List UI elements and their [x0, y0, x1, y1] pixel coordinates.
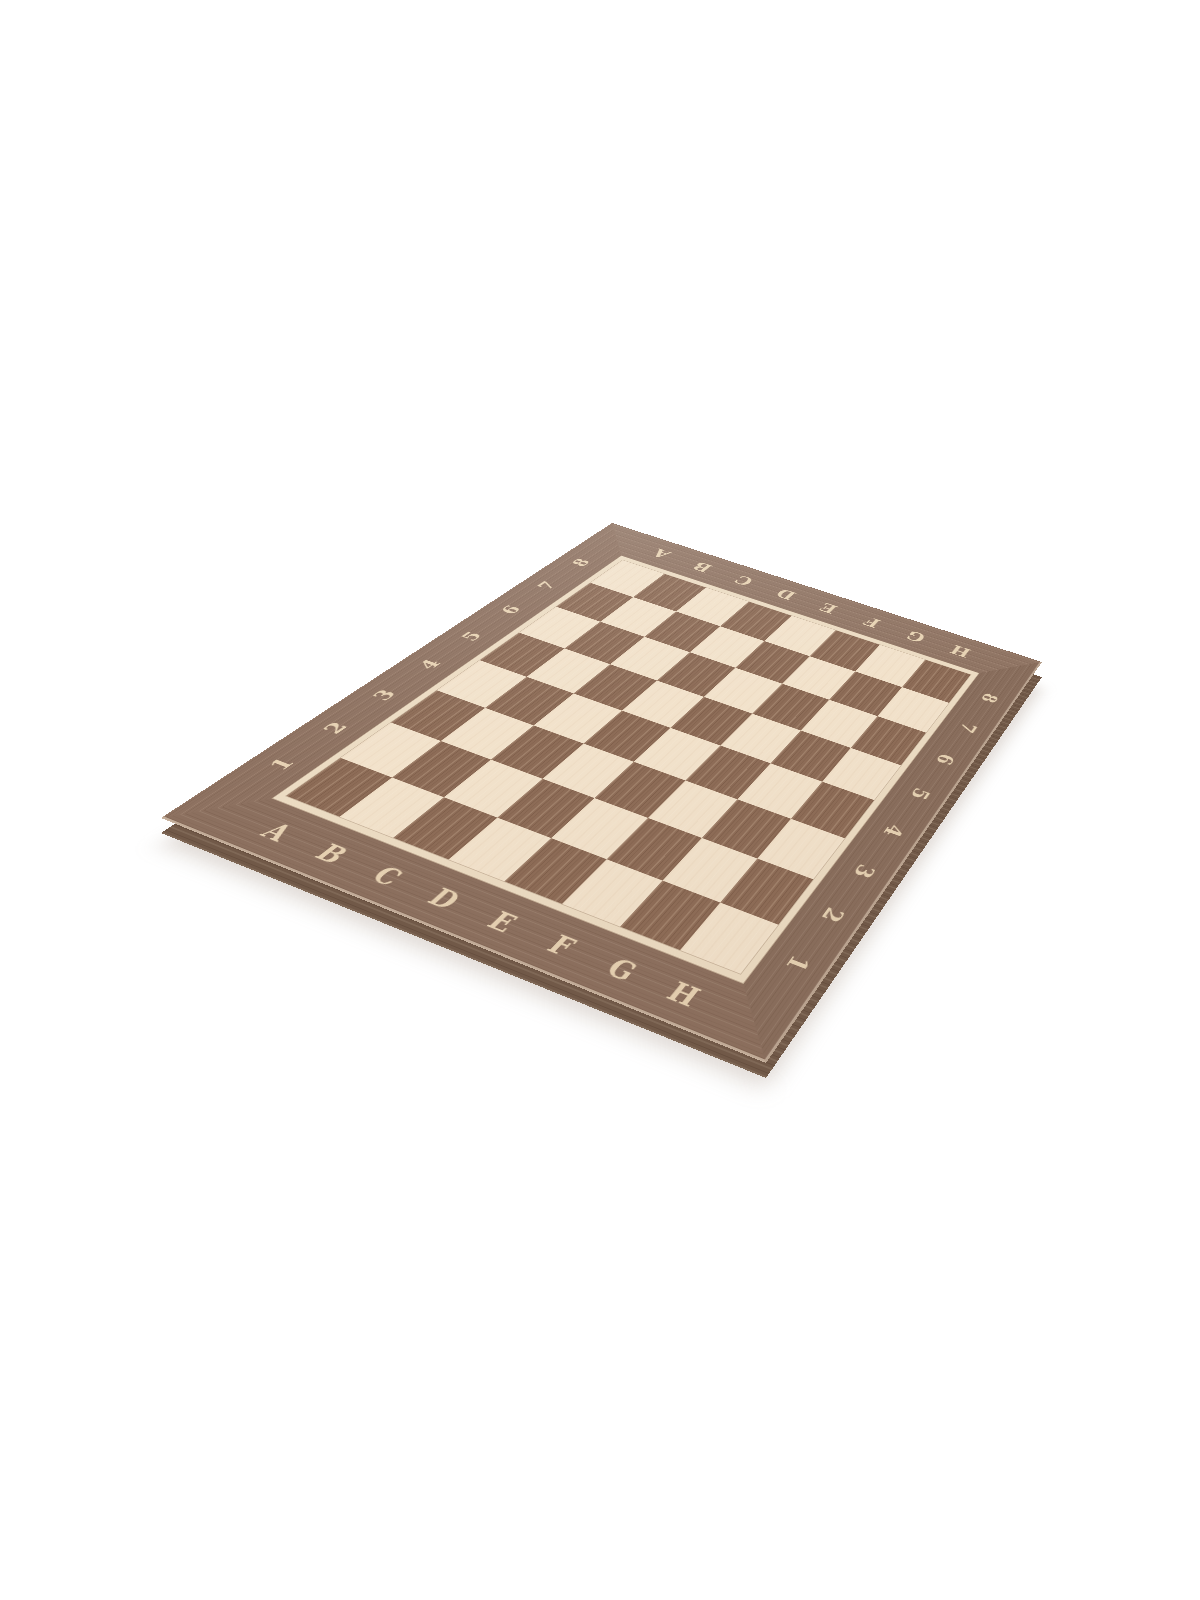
rank-label-left-3: 3 [370, 688, 400, 703]
rank-label-right-1: 1 [781, 952, 813, 974]
rank-label-left-7: 7 [535, 580, 560, 592]
file-label-bottom-h: H [662, 978, 705, 1010]
file-label-bottom-a: A [256, 820, 298, 845]
coordinate-labels: AA88BB77CC66DD55EE44FF33GG22HH11 [161, 523, 1042, 1063]
file-label-bottom-e: E [482, 908, 522, 936]
file-label-bottom-d: D [423, 885, 466, 913]
rank-label-left-5: 5 [458, 630, 485, 643]
rank-label-right-2: 2 [817, 905, 848, 925]
file-label-bottom-c: C [366, 863, 408, 890]
file-label-top-f: F [861, 615, 884, 629]
file-label-top-g: G [904, 629, 929, 644]
rank-label-left-6: 6 [498, 604, 524, 616]
file-label-top-h: H [947, 643, 973, 659]
rank-label-left-2: 2 [320, 720, 352, 736]
file-label-top-c: C [731, 574, 756, 588]
file-label-top-b: B [689, 560, 715, 574]
rank-label-right-3: 3 [849, 862, 878, 881]
rank-label-left-4: 4 [416, 658, 445, 672]
rank-label-left-8: 8 [569, 557, 593, 568]
file-label-bottom-b: B [310, 841, 353, 867]
file-label-top-e: E [817, 601, 841, 615]
rank-label-right-6: 6 [932, 752, 957, 767]
chess-board: AA88BB77CC66DD55EE44FF33GG22HH11 [161, 523, 1042, 1063]
rank-label-right-4: 4 [879, 822, 907, 839]
rank-label-right-7: 7 [956, 720, 980, 734]
product-photo-stage: AA88BB77CC66DD55EE44FF33GG22HH11 [0, 0, 1200, 1600]
rank-label-left-1: 1 [266, 756, 300, 773]
file-label-bottom-g: G [601, 955, 642, 985]
file-label-top-a: A [649, 547, 674, 560]
file-label-bottom-f: F [542, 932, 580, 960]
file-label-top-d: D [773, 587, 799, 602]
rank-label-right-5: 5 [907, 785, 933, 801]
rank-label-right-8: 8 [977, 691, 1000, 704]
